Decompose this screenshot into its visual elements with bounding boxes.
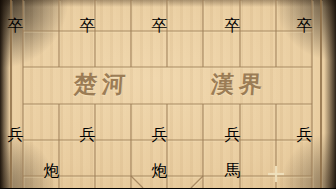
red-pawn-glyph: 兵 (80, 125, 96, 144)
black-pawn-glyph: 卒 (152, 16, 168, 35)
xiangqi-board: 楚河 漢界 砲馬砲卒卒卒卒卒兵兵兵兵兵炮炮馬 (0, 0, 336, 188)
red-cannon-glyph: 炮 (152, 161, 168, 180)
piece-red-cannon[interactable]: 炮 (152, 161, 183, 189)
piece-black-pawn[interactable]: 卒 (80, 16, 111, 47)
black-pawn-glyph: 卒 (225, 16, 241, 35)
piece-red-cannon[interactable]: 炮 (44, 161, 75, 189)
red-pawn-glyph: 兵 (152, 125, 168, 144)
piece-red-pawn[interactable]: 兵 (152, 125, 183, 156)
piece-red-pawn[interactable]: 兵 (80, 125, 111, 156)
piece-red-pawn[interactable]: 兵 (8, 125, 39, 156)
piece-red-pawn[interactable]: 兵 (225, 125, 256, 156)
piece-black-pawn[interactable]: 卒 (8, 16, 39, 47)
red-pawn-glyph: 兵 (225, 125, 241, 144)
piece-red-pawn[interactable]: 兵 (297, 125, 328, 156)
piece-black-pawn[interactable]: 卒 (225, 16, 256, 47)
piece-black-pawn[interactable]: 卒 (297, 16, 328, 47)
red-horse-glyph: 馬 (225, 161, 241, 180)
red-pawn-glyph: 兵 (297, 125, 313, 144)
black-pawn-glyph: 卒 (8, 16, 24, 35)
last-move-origin-cross (268, 166, 284, 182)
piece-red-horse[interactable]: 馬 (225, 161, 256, 189)
piece-black-pawn[interactable]: 卒 (152, 16, 183, 47)
red-cannon-glyph: 炮 (44, 161, 60, 180)
black-pawn-glyph: 卒 (80, 16, 96, 35)
black-pawn-glyph: 卒 (297, 16, 313, 35)
river-label-chuhe: 楚河 (73, 71, 131, 97)
river-label-hanjie: 漢界 (210, 71, 268, 97)
red-pawn-glyph: 兵 (8, 125, 24, 144)
